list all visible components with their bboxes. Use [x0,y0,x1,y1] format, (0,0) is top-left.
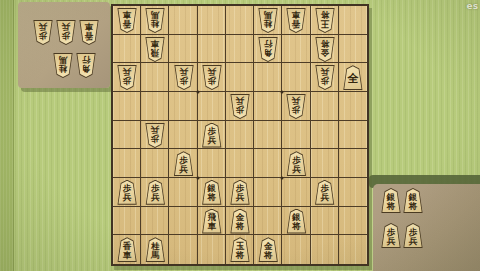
square-2e [311,121,339,150]
square-6i [198,235,226,264]
hoshi-dot [196,91,199,94]
square-8c [141,63,169,92]
square-9h [113,207,141,236]
square-5e [226,121,254,150]
square-1b [339,35,367,64]
square-2f [311,149,339,178]
hoshi-dot [281,91,284,94]
square-8d [141,92,169,121]
square-4g [254,178,282,207]
square-1f [339,149,367,178]
square-2i [311,235,339,264]
square-4f [254,149,282,178]
watermark-text: es [467,1,478,11]
square-6a [198,6,226,35]
square-5a [226,6,254,35]
square-5b [226,35,254,64]
square-1a [339,6,367,35]
square-6b [198,35,226,64]
square-7d [169,92,197,121]
square-5c [226,63,254,92]
square-6d [198,92,226,121]
square-3e [282,121,310,150]
square-1i [339,235,367,264]
square-1e [339,121,367,150]
square-8h [141,207,169,236]
square-5f [226,149,254,178]
square-7a [169,6,197,35]
square-6f [198,149,226,178]
square-3b [282,35,310,64]
anime-shogi-scene: 香車桂馬桂馬香車王将飛車角行金将歩兵歩兵歩兵歩兵全歩兵歩兵歩兵歩兵歩兵歩兵歩兵歩… [0,0,480,271]
square-8f [141,149,169,178]
square-7g [169,178,197,207]
square-4c [254,63,282,92]
square-7h [169,207,197,236]
tatami-edge-strip [0,0,14,271]
square-1g [339,178,367,207]
square-3c [282,63,310,92]
square-9e [113,121,141,150]
square-3i [282,235,310,264]
square-4e [254,121,282,150]
hoshi-dot [281,177,284,180]
square-9b [113,35,141,64]
square-7b [169,35,197,64]
square-9f [113,149,141,178]
square-2h [311,207,339,236]
square-7e [169,121,197,150]
square-9d [113,92,141,121]
square-2d [311,92,339,121]
square-4d [254,92,282,121]
square-7i [169,235,197,264]
square-4h [254,207,282,236]
square-1h [339,207,367,236]
square-1d [339,92,367,121]
square-3g [282,178,310,207]
hoshi-dot [196,177,199,180]
